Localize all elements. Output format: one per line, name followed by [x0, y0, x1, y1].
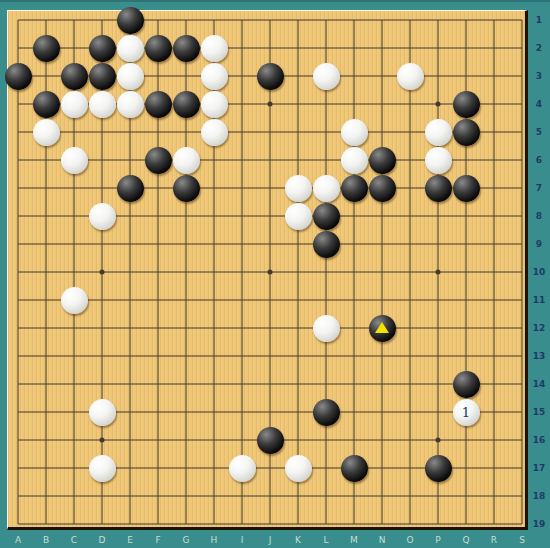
column-label: N: [374, 535, 390, 545]
black-stone: [33, 35, 60, 62]
white-stone: [117, 91, 144, 118]
black-stone: [145, 91, 172, 118]
white-stone: [201, 63, 228, 90]
black-stone: [425, 175, 452, 202]
column-label: S: [514, 535, 530, 545]
column-label: C: [66, 535, 82, 545]
white-stone: [285, 455, 312, 482]
column-label: A: [10, 535, 26, 545]
black-stone: [313, 231, 340, 258]
white-stone: [425, 119, 452, 146]
row-label: 7: [528, 183, 550, 193]
row-label: 3: [528, 71, 550, 81]
white-stone: [117, 63, 144, 90]
black-stone: [453, 371, 480, 398]
white-stone: [313, 175, 340, 202]
black-stone: [5, 63, 32, 90]
star-point: [268, 270, 273, 275]
black-stone: [145, 35, 172, 62]
white-stone: [117, 35, 144, 62]
white-stone: [229, 455, 256, 482]
black-stone: [117, 175, 144, 202]
black-stone: [453, 175, 480, 202]
row-label: 18: [528, 491, 550, 501]
white-stone: [425, 147, 452, 174]
row-label: 12: [528, 323, 550, 333]
white-stone: [201, 91, 228, 118]
column-label: I: [234, 535, 250, 545]
black-stone: [453, 119, 480, 146]
black-stone: [173, 175, 200, 202]
column-label: J: [262, 535, 278, 545]
row-label: 10: [528, 267, 550, 277]
white-stone: [89, 399, 116, 426]
row-coordinate-strip: 12345678910111213141516171819: [528, 2, 550, 548]
column-label: Q: [458, 535, 474, 545]
column-label: D: [94, 535, 110, 545]
star-point: [436, 270, 441, 275]
star-point: [100, 270, 105, 275]
white-stone: [313, 315, 340, 342]
black-stone: [173, 35, 200, 62]
column-label: K: [290, 535, 306, 545]
black-stone: [313, 203, 340, 230]
star-point: [100, 438, 105, 443]
black-stone: [369, 175, 396, 202]
white-stone: [33, 119, 60, 146]
white-stone: [61, 91, 88, 118]
column-label: F: [150, 535, 166, 545]
white-stone: [201, 119, 228, 146]
go-board[interactable]: 1: [7, 10, 528, 530]
white-stone: [285, 175, 312, 202]
row-label: 1: [528, 15, 550, 25]
column-label: L: [318, 535, 334, 545]
column-label: R: [486, 535, 502, 545]
marked-black-stone: [369, 315, 396, 342]
row-label: 15: [528, 407, 550, 417]
row-label: 11: [528, 295, 550, 305]
column-label: B: [38, 535, 54, 545]
white-stone: [285, 203, 312, 230]
star-point: [436, 438, 441, 443]
column-label: O: [402, 535, 418, 545]
white-stone: [173, 147, 200, 174]
white-stone: 1: [453, 399, 480, 426]
star-point: [268, 102, 273, 107]
row-label: 8: [528, 211, 550, 221]
black-stone: [341, 455, 368, 482]
black-stone: [369, 147, 396, 174]
black-stone: [89, 63, 116, 90]
row-label: 14: [528, 379, 550, 389]
white-stone: [61, 147, 88, 174]
row-label: 2: [528, 43, 550, 53]
star-point: [436, 102, 441, 107]
column-label: E: [122, 535, 138, 545]
row-label: 16: [528, 435, 550, 445]
black-stone: [61, 63, 88, 90]
white-stone: [341, 147, 368, 174]
black-stone: [145, 147, 172, 174]
white-stone: [397, 63, 424, 90]
black-stone: [257, 63, 284, 90]
row-label: 13: [528, 351, 550, 361]
move-number-label: 1: [462, 406, 470, 419]
black-stone: [257, 427, 284, 454]
column-label: P: [430, 535, 446, 545]
black-stone: [33, 91, 60, 118]
column-coordinate-strip: ABCDEFGHIJKLMNOPQRS: [0, 531, 550, 548]
white-stone: [201, 35, 228, 62]
black-stone: [173, 91, 200, 118]
black-stone: [453, 91, 480, 118]
row-label: 5: [528, 127, 550, 137]
triangle-marker-icon: [375, 322, 389, 333]
black-stone: [341, 175, 368, 202]
black-stone: [117, 7, 144, 34]
white-stone: [89, 203, 116, 230]
white-stone: [89, 91, 116, 118]
white-stone: [89, 455, 116, 482]
white-stone: [61, 287, 88, 314]
row-label: 19: [528, 519, 550, 529]
white-stone: [313, 63, 340, 90]
black-stone: [89, 35, 116, 62]
white-stone: [341, 119, 368, 146]
black-stone: [425, 455, 452, 482]
row-label: 17: [528, 463, 550, 473]
column-label: M: [346, 535, 362, 545]
black-stone: [313, 399, 340, 426]
column-label: G: [178, 535, 194, 545]
go-app-window: 1 12345678910111213141516171819 ABCDEFGH…: [0, 0, 550, 548]
column-label: H: [206, 535, 222, 545]
row-label: 4: [528, 99, 550, 109]
row-label: 6: [528, 155, 550, 165]
row-label: 9: [528, 239, 550, 249]
